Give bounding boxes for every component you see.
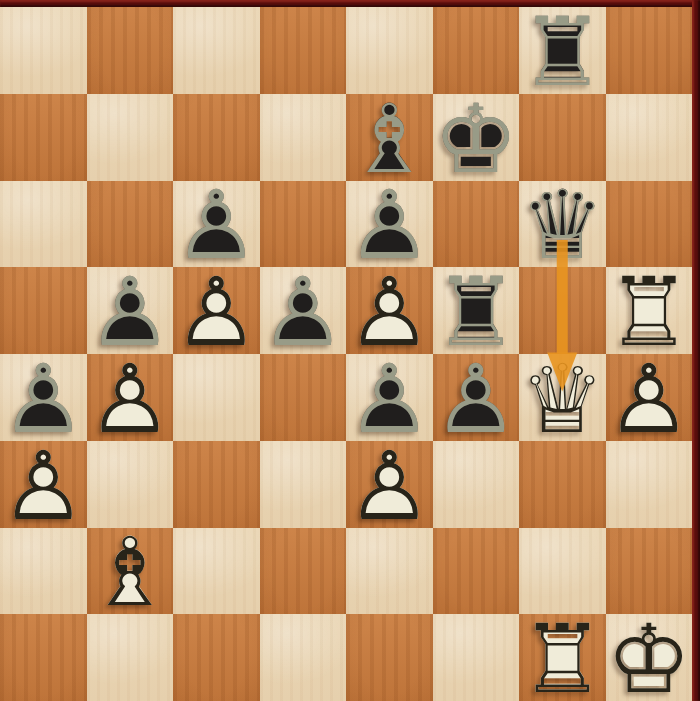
square-h2[interactable]: [606, 528, 693, 615]
white-rook-piece[interactable]: ♜♖: [519, 614, 606, 701]
square-g3[interactable]: [519, 441, 606, 528]
piece-glyph-outline: ♙: [346, 269, 433, 356]
square-f2[interactable]: [433, 528, 520, 615]
square-g1[interactable]: ♜♖: [519, 614, 606, 701]
piece-glyph-outline: ♕: [519, 356, 606, 443]
square-h8[interactable]: [606, 7, 693, 94]
piece-glyph-outline: ♙: [87, 269, 174, 356]
square-d2[interactable]: [260, 528, 347, 615]
square-e5[interactable]: ♟♙: [346, 267, 433, 354]
square-f5[interactable]: ♜♖: [433, 267, 520, 354]
square-b4[interactable]: ♟♙: [87, 354, 174, 441]
white-pawn-piece[interactable]: ♟♙: [173, 267, 260, 354]
square-f6[interactable]: [433, 181, 520, 268]
white-queen-piece[interactable]: ♛♕: [519, 354, 606, 441]
square-b5[interactable]: ♟♙: [87, 267, 174, 354]
white-pawn-piece[interactable]: ♟♙: [606, 354, 693, 441]
square-h3[interactable]: [606, 441, 693, 528]
square-c2[interactable]: [173, 528, 260, 615]
piece-glyph-outline: ♙: [260, 269, 347, 356]
square-a4[interactable]: ♟♙: [0, 354, 87, 441]
square-b2[interactable]: ♝♗: [87, 528, 174, 615]
piece-glyph-outline: ♖: [519, 616, 606, 701]
square-h5[interactable]: ♜♖: [606, 267, 693, 354]
square-c5[interactable]: ♟♙: [173, 267, 260, 354]
white-pawn-piece[interactable]: ♟♙: [346, 267, 433, 354]
square-f3[interactable]: [433, 441, 520, 528]
square-d4[interactable]: [260, 354, 347, 441]
piece-glyph-outline: ♙: [0, 443, 87, 530]
square-b8[interactable]: [87, 7, 174, 94]
square-a1[interactable]: [0, 614, 87, 701]
board-frame-top: [0, 0, 700, 7]
piece-glyph-outline: ♗: [87, 530, 174, 617]
chess-board-window: ♜♖♝♗♚♔♟♙♟♙♛♕♟♙♟♙♟♙♟♙♜♖♜♖♟♙♟♙♟♙♟♙♛♕♟♙♟♙♟♙…: [0, 0, 700, 701]
black-bishop-piece[interactable]: ♝♗: [346, 94, 433, 181]
square-d5[interactable]: ♟♙: [260, 267, 347, 354]
square-a8[interactable]: [0, 7, 87, 94]
square-d1[interactable]: [260, 614, 347, 701]
square-h4[interactable]: ♟♙: [606, 354, 693, 441]
square-c8[interactable]: [173, 7, 260, 94]
square-c1[interactable]: [173, 614, 260, 701]
white-pawn-piece[interactable]: ♟♙: [87, 354, 174, 441]
square-c6[interactable]: ♟♙: [173, 181, 260, 268]
square-e3[interactable]: ♟♙: [346, 441, 433, 528]
square-f1[interactable]: [433, 614, 520, 701]
square-g8[interactable]: ♜♖: [519, 7, 606, 94]
square-f4[interactable]: ♟♙: [433, 354, 520, 441]
square-b3[interactable]: [87, 441, 174, 528]
piece-glyph-outline: ♙: [346, 443, 433, 530]
white-rook-piece[interactable]: ♜♖: [606, 267, 693, 354]
square-f7[interactable]: ♚♔: [433, 94, 520, 181]
piece-glyph-outline: ♕: [519, 183, 606, 270]
black-rook-piece[interactable]: ♜♖: [433, 267, 520, 354]
black-pawn-piece[interactable]: ♟♙: [433, 354, 520, 441]
square-e7[interactable]: ♝♗: [346, 94, 433, 181]
piece-glyph-outline: ♙: [173, 183, 260, 270]
square-g5[interactable]: [519, 267, 606, 354]
square-d8[interactable]: [260, 7, 347, 94]
black-pawn-piece[interactable]: ♟♙: [260, 267, 347, 354]
black-king-piece[interactable]: ♚♔: [433, 94, 520, 181]
square-b7[interactable]: [87, 94, 174, 181]
piece-glyph-outline: ♙: [433, 356, 520, 443]
piece-glyph-outline: ♖: [433, 269, 520, 356]
square-e1[interactable]: [346, 614, 433, 701]
square-a2[interactable]: [0, 528, 87, 615]
square-e4[interactable]: ♟♙: [346, 354, 433, 441]
white-bishop-piece[interactable]: ♝♗: [87, 528, 174, 615]
white-pawn-piece[interactable]: ♟♙: [0, 441, 87, 528]
square-c7[interactable]: [173, 94, 260, 181]
piece-glyph-outline: ♖: [606, 269, 693, 356]
square-b1[interactable]: [87, 614, 174, 701]
square-f8[interactable]: [433, 7, 520, 94]
white-pawn-piece[interactable]: ♟♙: [346, 441, 433, 528]
chess-board[interactable]: ♜♖♝♗♚♔♟♙♟♙♛♕♟♙♟♙♟♙♟♙♜♖♜♖♟♙♟♙♟♙♟♙♛♕♟♙♟♙♟♙…: [0, 7, 692, 701]
square-c4[interactable]: [173, 354, 260, 441]
square-g7[interactable]: [519, 94, 606, 181]
square-d6[interactable]: [260, 181, 347, 268]
piece-glyph-outline: ♙: [346, 356, 433, 443]
square-c3[interactable]: [173, 441, 260, 528]
white-king-piece[interactable]: ♚♔: [606, 614, 693, 701]
square-a7[interactable]: [0, 94, 87, 181]
square-a3[interactable]: ♟♙: [0, 441, 87, 528]
piece-glyph-outline: ♙: [87, 356, 174, 443]
piece-glyph-outline: ♔: [606, 616, 693, 701]
square-b6[interactable]: [87, 181, 174, 268]
board-frame-right: [692, 0, 700, 701]
square-h6[interactable]: [606, 181, 693, 268]
square-e2[interactable]: [346, 528, 433, 615]
black-pawn-piece[interactable]: ♟♙: [346, 181, 433, 268]
square-e6[interactable]: ♟♙: [346, 181, 433, 268]
black-pawn-piece[interactable]: ♟♙: [0, 354, 87, 441]
square-d7[interactable]: [260, 94, 347, 181]
piece-glyph-outline: ♙: [173, 269, 260, 356]
black-queen-piece[interactable]: ♛♕: [519, 181, 606, 268]
square-d3[interactable]: [260, 441, 347, 528]
square-a5[interactable]: [0, 267, 87, 354]
black-pawn-piece[interactable]: ♟♙: [87, 267, 174, 354]
square-e8[interactable]: [346, 7, 433, 94]
black-pawn-piece[interactable]: ♟♙: [173, 181, 260, 268]
piece-glyph-outline: ♖: [519, 9, 606, 96]
piece-glyph-outline: ♙: [346, 183, 433, 270]
piece-glyph-outline: ♙: [0, 356, 87, 443]
square-g2[interactable]: [519, 528, 606, 615]
square-g6[interactable]: ♛♕: [519, 181, 606, 268]
black-rook-piece[interactable]: ♜♖: [519, 7, 606, 94]
square-h1[interactable]: ♚♔: [606, 614, 693, 701]
piece-glyph-outline: ♙: [606, 356, 693, 443]
square-h7[interactable]: [606, 94, 693, 181]
black-pawn-piece[interactable]: ♟♙: [346, 354, 433, 441]
square-g4[interactable]: ♛♕: [519, 354, 606, 441]
piece-glyph-outline: ♔: [433, 96, 520, 183]
square-a6[interactable]: [0, 181, 87, 268]
piece-glyph-outline: ♗: [346, 96, 433, 183]
